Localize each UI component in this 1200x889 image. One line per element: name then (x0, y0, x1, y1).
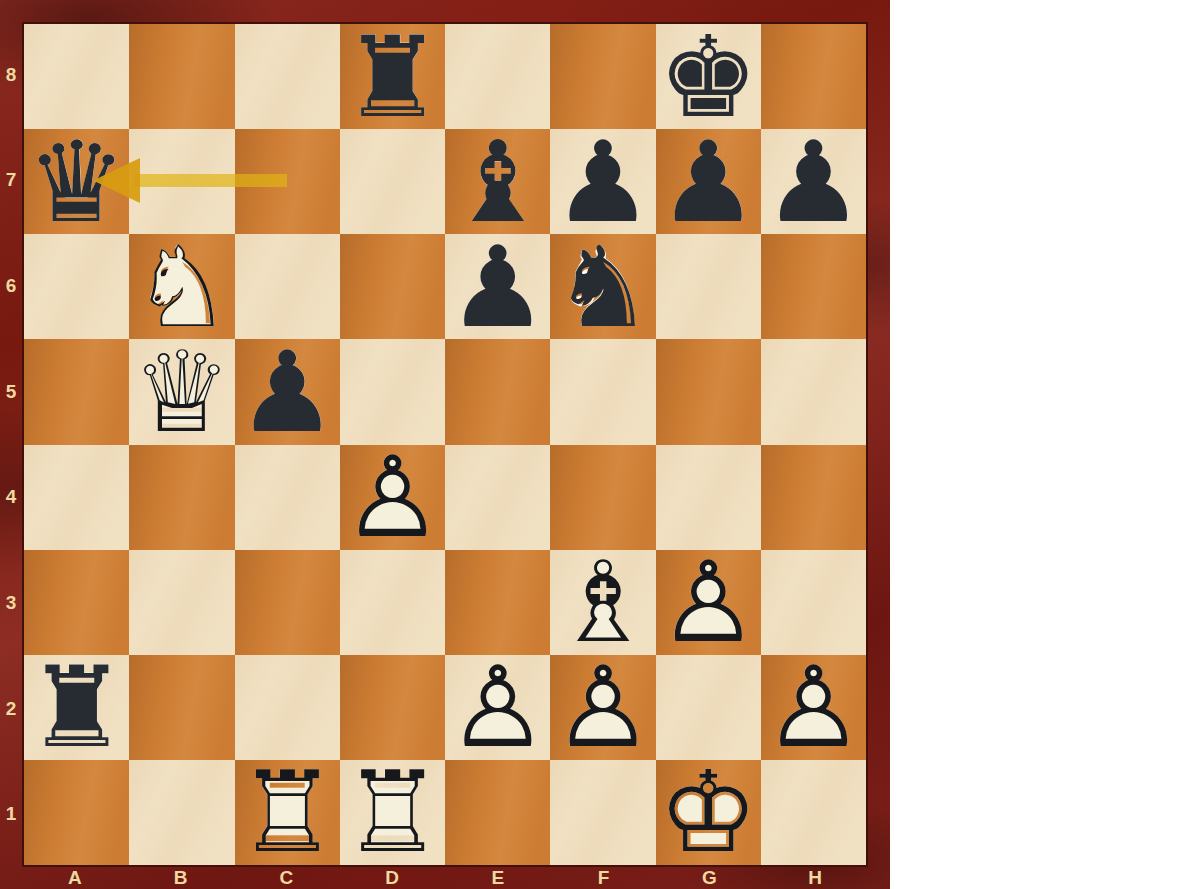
square-f3[interactable]: ♝♗ (550, 550, 655, 655)
square-c6[interactable] (235, 234, 340, 339)
piece-glyph-over: ♗ (550, 550, 655, 655)
square-b6[interactable]: ♞♘ (129, 234, 234, 339)
square-a1[interactable] (24, 760, 129, 865)
square-b1[interactable] (129, 760, 234, 865)
rank-label-2: 2 (0, 656, 22, 762)
square-c1[interactable]: ♜♖ (235, 760, 340, 865)
square-a3[interactable] (24, 550, 129, 655)
white-pawn-g3[interactable]: ♟♙ (656, 550, 761, 655)
black-pawn-h7[interactable]: ♙♟ (761, 129, 866, 234)
square-c8[interactable] (235, 24, 340, 129)
square-b4[interactable] (129, 445, 234, 550)
square-c2[interactable] (235, 655, 340, 760)
white-king-g1[interactable]: ♚♔ (656, 760, 761, 865)
square-f7[interactable]: ♙♟ (550, 129, 655, 234)
square-h6[interactable] (761, 234, 866, 339)
piece-glyph-over: ♔ (656, 760, 761, 865)
square-b3[interactable] (129, 550, 234, 655)
square-g5[interactable] (656, 339, 761, 444)
square-d2[interactable] (340, 655, 445, 760)
square-f4[interactable] (550, 445, 655, 550)
rank-label-7: 7 (0, 128, 22, 234)
square-a4[interactable] (24, 445, 129, 550)
rank-label-5: 5 (0, 339, 22, 445)
square-e7[interactable]: ♗♝ (445, 129, 550, 234)
piece-glyph-over: ♕ (129, 339, 234, 444)
square-f1[interactable] (550, 760, 655, 865)
square-b8[interactable] (129, 24, 234, 129)
square-f6[interactable]: ♘♞ (550, 234, 655, 339)
piece-glyph-over: ♜ (24, 655, 129, 760)
file-label-f: F (551, 867, 657, 889)
square-a2[interactable]: ♖♜ (24, 655, 129, 760)
white-queen-b5[interactable]: ♛♕ (129, 339, 234, 444)
piece-glyph-over: ♙ (550, 655, 655, 760)
square-d7[interactable] (340, 129, 445, 234)
square-d8[interactable]: ♖♜ (340, 24, 445, 129)
white-rook-c1[interactable]: ♜♖ (235, 760, 340, 865)
square-c3[interactable] (235, 550, 340, 655)
white-pawn-f2[interactable]: ♟♙ (550, 655, 655, 760)
square-e4[interactable] (445, 445, 550, 550)
black-pawn-f7[interactable]: ♙♟ (550, 129, 655, 234)
square-b2[interactable] (129, 655, 234, 760)
square-e1[interactable] (445, 760, 550, 865)
square-e3[interactable] (445, 550, 550, 655)
piece-glyph-over: ♛ (24, 129, 129, 234)
piece-glyph-over: ♖ (235, 760, 340, 865)
square-a8[interactable] (24, 24, 129, 129)
square-h4[interactable] (761, 445, 866, 550)
square-g6[interactable] (656, 234, 761, 339)
piece-glyph-over: ♟ (445, 234, 550, 339)
square-d3[interactable] (340, 550, 445, 655)
piece-glyph-over: ♞ (550, 234, 655, 339)
piece-glyph-over: ♙ (445, 655, 550, 760)
rank-labels: 87654321 (0, 22, 22, 867)
white-knight-b6[interactable]: ♞♘ (129, 234, 234, 339)
piece-glyph-over: ♙ (656, 550, 761, 655)
piece-glyph-over: ♙ (761, 655, 866, 760)
black-queen-a7[interactable]: ♕♛ (24, 129, 129, 234)
square-h3[interactable] (761, 550, 866, 655)
piece-glyph-over: ♟ (550, 129, 655, 234)
rank-label-4: 4 (0, 445, 22, 551)
square-a7[interactable]: ♕♛ (24, 129, 129, 234)
piece-glyph-over: ♙ (340, 445, 445, 550)
square-f2[interactable]: ♟♙ (550, 655, 655, 760)
piece-glyph-over: ♝ (445, 129, 550, 234)
white-pawn-e2[interactable]: ♟♙ (445, 655, 550, 760)
black-knight-f6[interactable]: ♘♞ (550, 234, 655, 339)
square-e8[interactable] (445, 24, 550, 129)
square-d4[interactable]: ♟♙ (340, 445, 445, 550)
square-f5[interactable] (550, 339, 655, 444)
piece-glyph-over: ♘ (129, 234, 234, 339)
square-b5[interactable]: ♛♕ (129, 339, 234, 444)
white-bishop-f3[interactable]: ♝♗ (550, 550, 655, 655)
square-d5[interactable] (340, 339, 445, 444)
square-c7[interactable] (235, 129, 340, 234)
black-rook-a2[interactable]: ♖♜ (24, 655, 129, 760)
square-a5[interactable] (24, 339, 129, 444)
square-e2[interactable]: ♟♙ (445, 655, 550, 760)
square-d6[interactable] (340, 234, 445, 339)
square-g2[interactable] (656, 655, 761, 760)
square-b7[interactable] (129, 129, 234, 234)
square-h1[interactable] (761, 760, 866, 865)
rank-label-8: 8 (0, 22, 22, 128)
square-e6[interactable]: ♙♟ (445, 234, 550, 339)
page-background: 87654321 ABCDEFGH ♖♜♔♚♕♛♗♝♙♟♙♟♙♟♞♘♙♟♘♞♛♕… (0, 0, 1200, 889)
rank-label-6: 6 (0, 233, 22, 339)
piece-glyph-over: ♜ (340, 24, 445, 129)
square-e5[interactable] (445, 339, 550, 444)
square-c4[interactable] (235, 445, 340, 550)
black-bishop-e7[interactable]: ♗♝ (445, 129, 550, 234)
square-a6[interactable] (24, 234, 129, 339)
square-g7[interactable]: ♙♟ (656, 129, 761, 234)
black-rook-d8[interactable]: ♖♜ (340, 24, 445, 129)
piece-glyph-over: ♟ (761, 129, 866, 234)
square-h5[interactable] (761, 339, 866, 444)
chess-board: 87654321 ABCDEFGH ♖♜♔♚♕♛♗♝♙♟♙♟♙♟♞♘♙♟♘♞♛♕… (0, 0, 890, 889)
black-pawn-c5[interactable]: ♙♟ (235, 339, 340, 444)
square-c5[interactable]: ♙♟ (235, 339, 340, 444)
piece-glyph-over: ♟ (656, 129, 761, 234)
black-pawn-e6[interactable]: ♙♟ (445, 234, 550, 339)
square-d1[interactable]: ♜♖ (340, 760, 445, 865)
piece-glyph-over: ♟ (235, 339, 340, 444)
black-pawn-g7[interactable]: ♙♟ (656, 129, 761, 234)
square-g4[interactable] (656, 445, 761, 550)
black-king-g8[interactable]: ♔♚ (656, 24, 761, 129)
piece-glyph-over: ♚ (656, 24, 761, 129)
file-label-e: E (445, 867, 551, 889)
file-label-b: B (128, 867, 234, 889)
white-pawn-d4[interactable]: ♟♙ (340, 445, 445, 550)
rank-label-3: 3 (0, 550, 22, 656)
piece-glyph-over: ♖ (340, 760, 445, 865)
square-f8[interactable] (550, 24, 655, 129)
rank-label-1: 1 (0, 761, 22, 867)
square-g3[interactable]: ♟♙ (656, 550, 761, 655)
square-g1[interactable]: ♚♔ (656, 760, 761, 865)
board-grid: ♖♜♔♚♕♛♗♝♙♟♙♟♙♟♞♘♙♟♘♞♛♕♙♟♟♙♝♗♟♙♖♜♟♙♟♙♟♙♜♖… (22, 22, 868, 867)
white-rook-d1[interactable]: ♜♖ (340, 760, 445, 865)
square-h8[interactable] (761, 24, 866, 129)
file-label-h: H (762, 867, 868, 889)
file-label-a: A (22, 867, 128, 889)
square-h7[interactable]: ♙♟ (761, 129, 866, 234)
square-h2[interactable]: ♟♙ (761, 655, 866, 760)
square-g8[interactable]: ♔♚ (656, 24, 761, 129)
white-pawn-h2[interactable]: ♟♙ (761, 655, 866, 760)
